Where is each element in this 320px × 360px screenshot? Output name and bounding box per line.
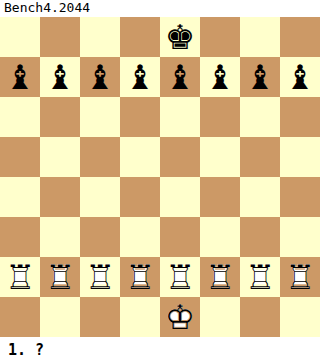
- white-rook-piece: ♜♖: [200, 257, 240, 297]
- square-c7[interactable]: ♝: [80, 57, 120, 97]
- square-e4[interactable]: [160, 177, 200, 217]
- window-title: Bench4.2044: [0, 0, 320, 17]
- square-d3[interactable]: [120, 217, 160, 257]
- black-bishop-piece: ♝: [160, 57, 200, 97]
- black-bishop-piece: ♝: [200, 57, 240, 97]
- square-b7[interactable]: ♝: [40, 57, 80, 97]
- square-a8[interactable]: [0, 17, 40, 57]
- square-h4[interactable]: [280, 177, 320, 217]
- white-rook-piece: ♜♖: [80, 257, 120, 297]
- square-c1[interactable]: [80, 297, 120, 337]
- square-f6[interactable]: [200, 97, 240, 137]
- square-a4[interactable]: [0, 177, 40, 217]
- square-f4[interactable]: [200, 177, 240, 217]
- square-e2[interactable]: ♜♖: [160, 257, 200, 297]
- square-c8[interactable]: [80, 17, 120, 57]
- square-c4[interactable]: [80, 177, 120, 217]
- square-f1[interactable]: [200, 297, 240, 337]
- white-rook-piece: ♜♖: [0, 257, 40, 297]
- square-d6[interactable]: [120, 97, 160, 137]
- square-f7[interactable]: ♝: [200, 57, 240, 97]
- square-b4[interactable]: [40, 177, 80, 217]
- square-g5[interactable]: [240, 137, 280, 177]
- square-e5[interactable]: [160, 137, 200, 177]
- black-piece-glyph: ♝: [40, 57, 80, 97]
- square-a7[interactable]: ♝: [0, 57, 40, 97]
- square-c3[interactable]: [80, 217, 120, 257]
- white-piece-outline-glyph: ♖: [120, 257, 160, 297]
- square-h2[interactable]: ♜♖: [280, 257, 320, 297]
- square-d1[interactable]: [120, 297, 160, 337]
- white-piece-outline-glyph: ♖: [40, 257, 80, 297]
- white-rook-piece: ♜♖: [160, 257, 200, 297]
- white-piece-outline-glyph: ♖: [280, 257, 320, 297]
- square-a2[interactable]: ♜♖: [0, 257, 40, 297]
- square-h5[interactable]: [280, 137, 320, 177]
- square-e7[interactable]: ♝: [160, 57, 200, 97]
- square-e1[interactable]: ♚♔: [160, 297, 200, 337]
- black-piece-glyph: ♝: [200, 57, 240, 97]
- square-f2[interactable]: ♜♖: [200, 257, 240, 297]
- square-f5[interactable]: [200, 137, 240, 177]
- square-b5[interactable]: [40, 137, 80, 177]
- white-rook-piece: ♜♖: [240, 257, 280, 297]
- black-bishop-piece: ♝: [240, 57, 280, 97]
- square-d4[interactable]: [120, 177, 160, 217]
- square-h6[interactable]: [280, 97, 320, 137]
- black-bishop-piece: ♝: [280, 57, 320, 97]
- black-bishop-piece: ♝: [120, 57, 160, 97]
- square-b2[interactable]: ♜♖: [40, 257, 80, 297]
- square-a6[interactable]: [0, 97, 40, 137]
- square-a5[interactable]: [0, 137, 40, 177]
- square-d7[interactable]: ♝: [120, 57, 160, 97]
- square-h7[interactable]: ♝: [280, 57, 320, 97]
- square-c2[interactable]: ♜♖: [80, 257, 120, 297]
- black-bishop-piece: ♝: [0, 57, 40, 97]
- square-b3[interactable]: [40, 217, 80, 257]
- white-piece-outline-glyph: ♖: [240, 257, 280, 297]
- square-d5[interactable]: [120, 137, 160, 177]
- chess-board: ♚♝♝♝♝♝♝♝♝♜♖♜♖♜♖♜♖♜♖♜♖♜♖♜♖♚♔: [0, 17, 320, 337]
- square-d8[interactable]: [120, 17, 160, 57]
- black-bishop-piece: ♝: [40, 57, 80, 97]
- square-h1[interactable]: [280, 297, 320, 337]
- black-piece-glyph: ♝: [120, 57, 160, 97]
- square-c5[interactable]: [80, 137, 120, 177]
- black-piece-glyph: ♝: [0, 57, 40, 97]
- square-a3[interactable]: [0, 217, 40, 257]
- square-h8[interactable]: [280, 17, 320, 57]
- square-e6[interactable]: [160, 97, 200, 137]
- square-b6[interactable]: [40, 97, 80, 137]
- square-g6[interactable]: [240, 97, 280, 137]
- square-g2[interactable]: ♜♖: [240, 257, 280, 297]
- black-king-piece: ♚: [160, 17, 200, 57]
- square-g1[interactable]: [240, 297, 280, 337]
- square-b1[interactable]: [40, 297, 80, 337]
- chess-app-window: Bench4.2044 ♚♝♝♝♝♝♝♝♝♜♖♜♖♜♖♜♖♜♖♜♖♜♖♜♖♚♔ …: [0, 0, 320, 360]
- white-piece-outline-glyph: ♖: [200, 257, 240, 297]
- square-e8[interactable]: ♚: [160, 17, 200, 57]
- square-g8[interactable]: [240, 17, 280, 57]
- square-c6[interactable]: [80, 97, 120, 137]
- square-e3[interactable]: [160, 217, 200, 257]
- move-prompt: 1. ?: [0, 337, 320, 360]
- square-g7[interactable]: ♝: [240, 57, 280, 97]
- square-b8[interactable]: [40, 17, 80, 57]
- square-f8[interactable]: [200, 17, 240, 57]
- black-piece-glyph: ♝: [280, 57, 320, 97]
- square-d2[interactable]: ♜♖: [120, 257, 160, 297]
- black-piece-glyph: ♝: [240, 57, 280, 97]
- black-bishop-piece: ♝: [80, 57, 120, 97]
- white-rook-piece: ♜♖: [120, 257, 160, 297]
- square-g3[interactable]: [240, 217, 280, 257]
- square-g4[interactable]: [240, 177, 280, 217]
- white-piece-outline-glyph: ♖: [0, 257, 40, 297]
- white-king-piece: ♚♔: [160, 297, 200, 337]
- white-piece-outline-glyph: ♖: [160, 257, 200, 297]
- black-piece-glyph: ♚: [160, 17, 200, 57]
- square-a1[interactable]: [0, 297, 40, 337]
- white-rook-piece: ♜♖: [280, 257, 320, 297]
- black-piece-glyph: ♝: [80, 57, 120, 97]
- white-piece-outline-glyph: ♔: [160, 297, 200, 337]
- white-rook-piece: ♜♖: [40, 257, 80, 297]
- square-f3[interactable]: [200, 217, 240, 257]
- square-h3[interactable]: [280, 217, 320, 257]
- white-piece-outline-glyph: ♖: [80, 257, 120, 297]
- black-piece-glyph: ♝: [160, 57, 200, 97]
